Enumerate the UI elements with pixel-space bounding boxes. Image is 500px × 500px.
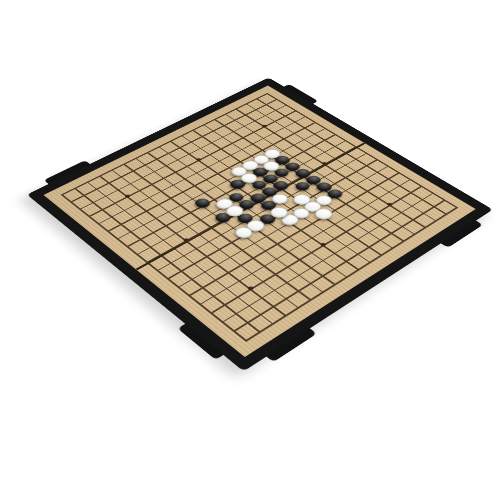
- star-point: [386, 202, 393, 206]
- black-go-stone: [192, 197, 213, 210]
- go-board-frame: [27, 78, 493, 372]
- star-point: [195, 158, 202, 162]
- go-board-grid: [61, 93, 459, 342]
- star-point: [261, 124, 267, 128]
- product-photo-scene: [0, 0, 500, 500]
- go-board-wood-surface: [44, 85, 476, 357]
- star-point: [320, 242, 327, 247]
- star-point: [247, 286, 255, 291]
- board-foot: [43, 160, 90, 184]
- star-point: [124, 194, 131, 198]
